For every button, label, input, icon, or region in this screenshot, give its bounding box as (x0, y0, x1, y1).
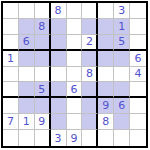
cell-r5c5[interactable] (67, 67, 83, 83)
cell-r6c4[interactable] (51, 82, 67, 98)
cell-r8c7[interactable]: 8 (98, 114, 114, 130)
cell-r5c2[interactable] (19, 67, 35, 83)
cell-r2c1[interactable] (3, 19, 19, 35)
cell-r9c7[interactable] (98, 130, 114, 146)
cell-r2c8[interactable]: 1 (114, 19, 130, 35)
cell-r1c5[interactable] (67, 3, 83, 19)
cell-r3c5[interactable] (67, 35, 83, 51)
sudoku-page: 838162516845696719839 (0, 0, 150, 150)
cell-r7c1[interactable] (3, 98, 19, 114)
cell-r2c2[interactable] (19, 19, 35, 35)
cell-r7c3[interactable] (35, 98, 51, 114)
cell-r4c8[interactable] (114, 51, 130, 67)
cell-r3c8[interactable]: 5 (114, 35, 130, 51)
cell-r9c3[interactable] (35, 130, 51, 146)
cell-r2c4[interactable] (51, 19, 67, 35)
cell-r7c2[interactable] (19, 98, 35, 114)
cell-r7c6[interactable] (82, 98, 98, 114)
cell-r6c7[interactable] (98, 82, 114, 98)
cell-r9c6[interactable] (82, 130, 98, 146)
cell-r1c7[interactable] (98, 3, 114, 19)
cell-r5c9[interactable]: 4 (130, 67, 146, 83)
cell-r6c3[interactable]: 5 (35, 82, 51, 98)
cell-r1c9[interactable] (130, 3, 146, 19)
cell-r1c4[interactable]: 8 (51, 3, 67, 19)
cell-r5c1[interactable] (3, 67, 19, 83)
cell-r3c2[interactable]: 6 (19, 35, 35, 51)
cell-r3c7[interactable] (98, 35, 114, 51)
cell-r5c7[interactable] (98, 67, 114, 83)
cell-r9c1[interactable] (3, 130, 19, 146)
cell-r5c6[interactable]: 8 (82, 67, 98, 83)
cell-r1c8[interactable]: 3 (114, 3, 130, 19)
cell-r8c4[interactable] (51, 114, 67, 130)
cell-r6c8[interactable] (114, 82, 130, 98)
cell-r6c9[interactable] (130, 82, 146, 98)
cell-r9c2[interactable] (19, 130, 35, 146)
cell-r1c3[interactable] (35, 3, 51, 19)
cell-r3c6[interactable]: 2 (82, 35, 98, 51)
cell-r8c2[interactable]: 1 (19, 114, 35, 130)
cell-r9c8[interactable] (114, 130, 130, 146)
cell-r8c6[interactable] (82, 114, 98, 130)
cell-r8c1[interactable]: 7 (3, 114, 19, 130)
cell-r8c9[interactable] (130, 114, 146, 130)
cell-r2c7[interactable] (98, 19, 114, 35)
cell-r6c6[interactable] (82, 82, 98, 98)
cell-r1c1[interactable] (3, 3, 19, 19)
cell-r4c7[interactable] (98, 51, 114, 67)
sudoku-board: 838162516845696719839 (1, 1, 148, 148)
cell-r6c5[interactable]: 6 (67, 82, 83, 98)
cell-r4c1[interactable]: 1 (3, 51, 19, 67)
cell-r4c9[interactable]: 6 (130, 51, 146, 67)
cell-r9c9[interactable] (130, 130, 146, 146)
cell-r3c9[interactable] (130, 35, 146, 51)
cell-r7c5[interactable] (67, 98, 83, 114)
cell-r4c4[interactable] (51, 51, 67, 67)
cell-r5c4[interactable] (51, 67, 67, 83)
cell-r6c1[interactable] (3, 82, 19, 98)
cell-r4c3[interactable] (35, 51, 51, 67)
cell-r2c5[interactable] (67, 19, 83, 35)
cell-r5c8[interactable] (114, 67, 130, 83)
cell-r7c4[interactable] (51, 98, 67, 114)
cell-r2c3[interactable]: 8 (35, 19, 51, 35)
cell-r8c8[interactable] (114, 114, 130, 130)
cell-r4c2[interactable] (19, 51, 35, 67)
cell-r8c3[interactable]: 9 (35, 114, 51, 130)
cell-r4c6[interactable] (82, 51, 98, 67)
cell-r4c5[interactable] (67, 51, 83, 67)
cell-r9c4[interactable]: 3 (51, 130, 67, 146)
cell-r5c3[interactable] (35, 67, 51, 83)
cell-r7c8[interactable]: 6 (114, 98, 130, 114)
cell-r3c4[interactable] (51, 35, 67, 51)
cell-r1c2[interactable] (19, 3, 35, 19)
cell-r2c6[interactable] (82, 19, 98, 35)
cell-r7c9[interactable] (130, 98, 146, 114)
cell-r3c1[interactable] (3, 35, 19, 51)
cell-r1c6[interactable] (82, 3, 98, 19)
cell-r2c9[interactable] (130, 19, 146, 35)
cell-r3c3[interactable] (35, 35, 51, 51)
cell-r6c2[interactable] (19, 82, 35, 98)
cell-r7c7[interactable]: 9 (98, 98, 114, 114)
cell-r9c5[interactable]: 9 (67, 130, 83, 146)
cell-r8c5[interactable] (67, 114, 83, 130)
